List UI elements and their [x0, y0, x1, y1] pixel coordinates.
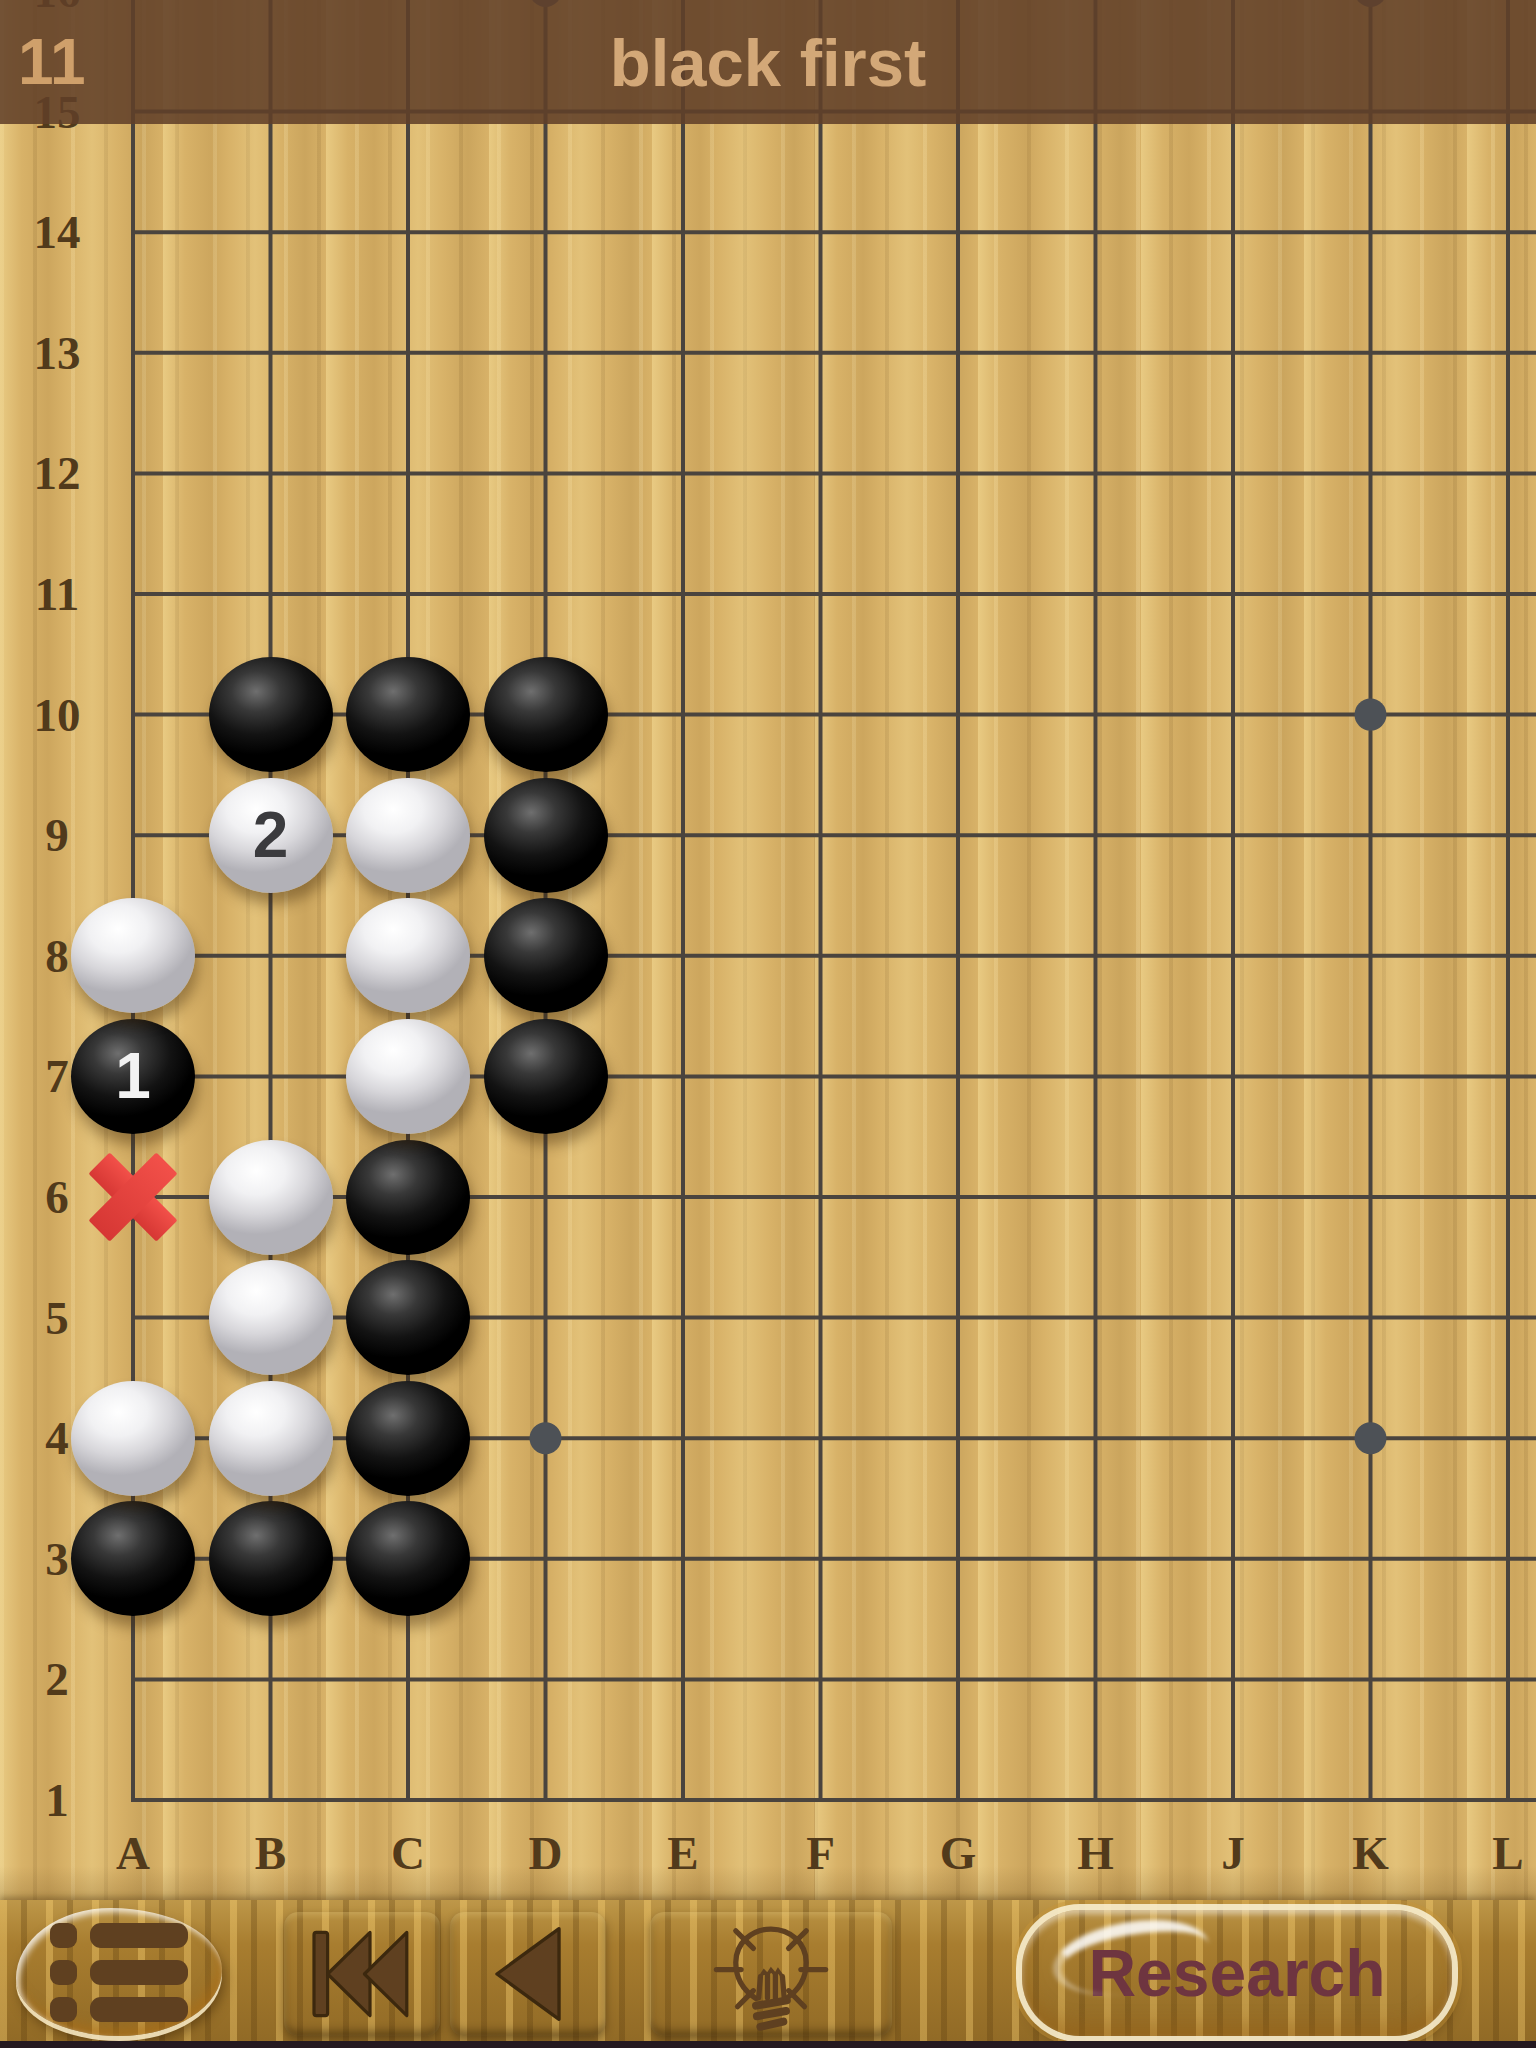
- col-label-A: A: [116, 1826, 150, 1880]
- puzzle-title: black first: [610, 24, 927, 101]
- stone-black-D9: [484, 778, 608, 893]
- row-label-9: 9: [45, 808, 69, 862]
- stone-black-D8: [484, 898, 608, 1013]
- col-label-B: B: [255, 1826, 286, 1880]
- stone-white-B5: [209, 1260, 333, 1375]
- row-label-14: 14: [34, 205, 81, 259]
- row-label-5: 5: [45, 1291, 69, 1345]
- stone-white-C8: [346, 898, 470, 1013]
- stone-black-A7: 1: [71, 1019, 195, 1134]
- col-label-E: E: [667, 1826, 698, 1880]
- research-button[interactable]: Research: [1022, 1910, 1452, 2036]
- step-back-button[interactable]: [450, 1912, 606, 2036]
- go-board[interactable]: 12345678910111213141516ABCDEFGHJKL 12: [0, 0, 1536, 1900]
- board-grid-lines: [0, 0, 1536, 1900]
- col-label-L: L: [1492, 1826, 1523, 1880]
- col-label-K: K: [1352, 1826, 1389, 1880]
- stone-black-A3: [71, 1501, 195, 1616]
- list-icon: [50, 1911, 188, 2034]
- stone-white-B9: 2: [209, 778, 333, 893]
- row-label-12: 12: [34, 446, 81, 500]
- stone-white-B6: [209, 1140, 333, 1255]
- col-label-C: C: [391, 1826, 425, 1880]
- stone-black-C3: [346, 1501, 470, 1616]
- stone-black-B3: [209, 1501, 333, 1616]
- back-triangle-icon: [473, 1922, 583, 2026]
- row-label-11: 11: [35, 567, 79, 621]
- row-label-7: 7: [45, 1049, 69, 1103]
- stone-black-D10: [484, 657, 608, 772]
- research-label: Research: [1088, 1935, 1385, 2011]
- row-label-6: 6: [45, 1170, 69, 1224]
- stone-white-A8: [71, 898, 195, 1013]
- stone-white-B4: [209, 1381, 333, 1496]
- col-label-G: G: [940, 1826, 977, 1880]
- row-label-3: 3: [45, 1532, 69, 1586]
- stone-black-C4: [346, 1381, 470, 1496]
- row-label-13: 13: [34, 326, 81, 380]
- stone-white-C7: [346, 1019, 470, 1134]
- col-label-J: J: [1221, 1826, 1245, 1880]
- rewind-to-start-button[interactable]: [284, 1912, 440, 2036]
- col-label-D: D: [529, 1826, 563, 1880]
- header-bar: 11 black first: [0, 0, 1536, 124]
- stone-black-C6: [346, 1140, 470, 1255]
- stone-black-D7: [484, 1019, 608, 1134]
- menu-button[interactable]: [16, 1908, 222, 2036]
- stone-white-A4: [71, 1381, 195, 1496]
- col-label-H: H: [1077, 1826, 1114, 1880]
- row-label-2: 2: [45, 1652, 69, 1706]
- lightbulb-icon: [709, 1915, 833, 2033]
- stone-white-C9: [346, 778, 470, 893]
- skip-to-start-icon: [303, 1926, 421, 2022]
- row-label-8: 8: [45, 929, 69, 983]
- target-cross-marker: [77, 1141, 189, 1253]
- toolbar: Research: [0, 1900, 1536, 2048]
- hint-button[interactable]: [650, 1912, 892, 2036]
- col-label-F: F: [806, 1826, 835, 1880]
- stone-black-B10: [209, 657, 333, 772]
- stone-black-C10: [346, 657, 470, 772]
- puzzle-number: 11: [18, 25, 86, 99]
- row-label-4: 4: [45, 1411, 69, 1465]
- row-label-1: 1: [45, 1773, 69, 1827]
- row-label-10: 10: [34, 688, 81, 742]
- stone-black-C5: [346, 1260, 470, 1375]
